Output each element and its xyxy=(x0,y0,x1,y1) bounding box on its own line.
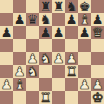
piece-white-bishop[interactable]: ♝ xyxy=(79,13,91,26)
square-f5[interactable] xyxy=(65,39,78,52)
square-d5[interactable] xyxy=(39,39,52,52)
square-a5[interactable] xyxy=(0,39,13,52)
square-b7[interactable]: ♟ xyxy=(13,13,26,26)
square-h1[interactable]: ♚ xyxy=(91,91,104,104)
square-h3[interactable] xyxy=(91,65,104,78)
square-h4[interactable] xyxy=(91,52,104,65)
square-f7[interactable]: ♟ xyxy=(65,13,78,26)
piece-black-queen[interactable]: ♛ xyxy=(27,13,39,26)
square-h8[interactable] xyxy=(91,0,104,13)
square-g4[interactable] xyxy=(78,52,91,65)
square-c5[interactable] xyxy=(26,39,39,52)
square-a3[interactable] xyxy=(0,65,13,78)
square-a4[interactable] xyxy=(0,52,13,65)
square-h7[interactable]: ♟ xyxy=(91,13,104,26)
board-bottom-margin xyxy=(0,104,104,109)
square-d4[interactable]: ♞ xyxy=(39,52,52,65)
square-h6[interactable]: ♛ xyxy=(91,26,104,39)
square-e7[interactable] xyxy=(52,13,65,26)
piece-white-knight[interactable]: ♞ xyxy=(40,52,52,65)
piece-black-pawn[interactable]: ♟ xyxy=(40,26,52,39)
piece-white-pawn[interactable]: ♟ xyxy=(14,65,26,78)
square-h5[interactable] xyxy=(91,39,104,52)
square-a2[interactable]: ♟ xyxy=(0,78,13,91)
piece-white-rook[interactable]: ♜ xyxy=(40,91,52,104)
square-f3[interactable]: ♜ xyxy=(65,65,78,78)
square-e1[interactable] xyxy=(52,91,65,104)
square-e4[interactable]: ♟ xyxy=(52,52,65,65)
square-a6[interactable]: ♟ xyxy=(0,26,13,39)
square-f4[interactable]: ♟ xyxy=(65,52,78,65)
square-d2[interactable] xyxy=(39,78,52,91)
square-f6[interactable] xyxy=(65,26,78,39)
piece-black-pawn[interactable]: ♟ xyxy=(14,13,26,26)
piece-black-pawn[interactable]: ♟ xyxy=(79,26,91,39)
square-a8[interactable] xyxy=(0,0,13,13)
square-b2[interactable]: ♝ xyxy=(13,78,26,91)
piece-white-pawn[interactable]: ♟ xyxy=(1,78,13,91)
square-f1[interactable] xyxy=(65,91,78,104)
square-d7[interactable]: ♞ xyxy=(39,13,52,26)
piece-white-pawn[interactable]: ♟ xyxy=(66,52,78,65)
piece-white-rook[interactable]: ♜ xyxy=(66,65,78,78)
chess-board: ♜♜♞♚♟♛♞♟♝♟♟♟♟♟♛♟♞♟♟♟♞♜♟♝♟♟♜♚ xyxy=(0,0,104,104)
square-f2[interactable] xyxy=(65,78,78,91)
square-g5[interactable] xyxy=(78,39,91,52)
piece-white-pawn[interactable]: ♟ xyxy=(53,52,65,65)
piece-white-bishop[interactable]: ♝ xyxy=(14,78,26,91)
square-c1[interactable] xyxy=(26,91,39,104)
square-g6[interactable]: ♟ xyxy=(78,26,91,39)
square-b8[interactable] xyxy=(13,0,26,13)
piece-white-pawn[interactable]: ♟ xyxy=(27,52,39,65)
square-g2[interactable]: ♟ xyxy=(78,78,91,91)
piece-black-king[interactable]: ♚ xyxy=(79,0,91,13)
square-c2[interactable] xyxy=(26,78,39,91)
square-d1[interactable]: ♜ xyxy=(39,91,52,104)
square-b5[interactable] xyxy=(13,39,26,52)
piece-black-pawn[interactable]: ♟ xyxy=(66,13,78,26)
square-e2[interactable] xyxy=(52,78,65,91)
piece-black-knight[interactable]: ♞ xyxy=(40,13,52,26)
square-g1[interactable] xyxy=(78,91,91,104)
square-c3[interactable]: ♞ xyxy=(26,65,39,78)
square-c7[interactable]: ♛ xyxy=(26,13,39,26)
square-c8[interactable] xyxy=(26,0,39,13)
square-h2[interactable]: ♟ xyxy=(91,78,104,91)
square-d6[interactable]: ♟ xyxy=(39,26,52,39)
square-c4[interactable]: ♟ xyxy=(26,52,39,65)
piece-white-pawn[interactable]: ♟ xyxy=(92,78,104,91)
square-g7[interactable]: ♝ xyxy=(78,13,91,26)
piece-black-knight[interactable]: ♞ xyxy=(66,0,78,13)
square-e5[interactable] xyxy=(52,39,65,52)
piece-black-rook[interactable]: ♜ xyxy=(40,0,52,13)
piece-white-queen[interactable]: ♛ xyxy=(92,26,104,39)
square-e3[interactable] xyxy=(52,65,65,78)
piece-white-king[interactable]: ♚ xyxy=(92,91,104,104)
piece-black-rook[interactable]: ♜ xyxy=(53,0,65,13)
square-d3[interactable] xyxy=(39,65,52,78)
square-b4[interactable] xyxy=(13,52,26,65)
piece-black-pawn[interactable]: ♟ xyxy=(1,26,13,39)
square-d8[interactable]: ♜ xyxy=(39,0,52,13)
square-c6[interactable] xyxy=(26,26,39,39)
square-b1[interactable] xyxy=(13,91,26,104)
piece-white-knight[interactable]: ♞ xyxy=(27,65,39,78)
square-b3[interactable]: ♟ xyxy=(13,65,26,78)
square-e8[interactable]: ♜ xyxy=(52,0,65,13)
square-g3[interactable] xyxy=(78,65,91,78)
square-f8[interactable]: ♞ xyxy=(65,0,78,13)
piece-black-pawn[interactable]: ♟ xyxy=(53,26,65,39)
square-b6[interactable] xyxy=(13,26,26,39)
square-a7[interactable] xyxy=(0,13,13,26)
square-a1[interactable] xyxy=(0,91,13,104)
square-e6[interactable]: ♟ xyxy=(52,26,65,39)
square-g8[interactable]: ♚ xyxy=(78,0,91,13)
chess-board-window: ♜♜♞♚♟♛♞♟♝♟♟♟♟♟♛♟♞♟♟♟♞♜♟♝♟♟♜♚ xyxy=(0,0,104,109)
piece-white-pawn[interactable]: ♟ xyxy=(79,78,91,91)
piece-black-pawn[interactable]: ♟ xyxy=(92,13,104,26)
